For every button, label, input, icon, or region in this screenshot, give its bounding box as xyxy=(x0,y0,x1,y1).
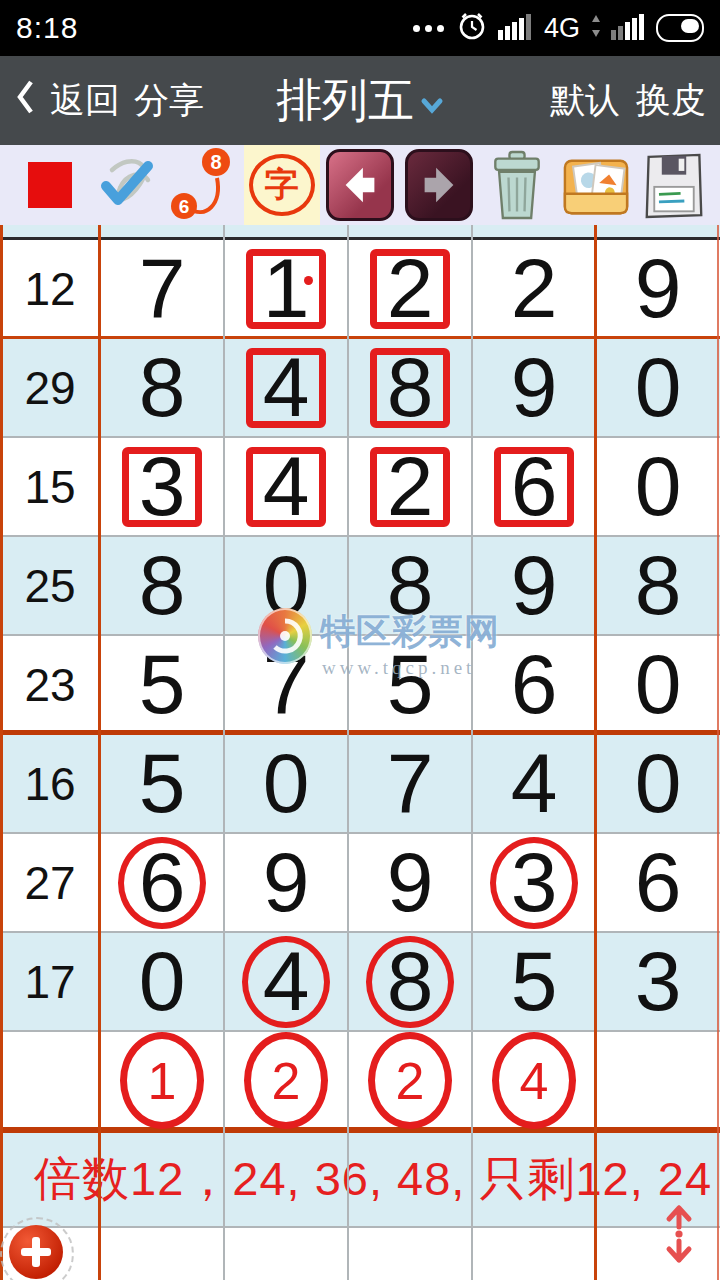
tally-row: 1224 xyxy=(0,1032,720,1133)
row-label: 16 xyxy=(0,735,100,832)
drawn-line-right xyxy=(717,225,719,1280)
gallery-button[interactable] xyxy=(558,145,634,225)
save-button[interactable] xyxy=(636,145,712,225)
row-label: 27 xyxy=(0,834,100,931)
watermark-url: www.tqcp.net xyxy=(322,657,500,679)
digit: 0 xyxy=(635,735,682,832)
digit-cell: 8 xyxy=(100,339,224,436)
red-box-annotation: 4 xyxy=(246,348,326,428)
digit-cell: 2 xyxy=(348,438,472,535)
svg-text:8: 8 xyxy=(210,151,221,173)
digit-cell: 7 xyxy=(100,240,224,337)
digit: 0 xyxy=(635,339,682,436)
curve-draw-tool[interactable]: 8 6 xyxy=(165,145,241,225)
board-row: 1271229 xyxy=(0,240,720,339)
drawn-line-left xyxy=(0,225,3,1280)
red-box-annotation: 1 xyxy=(246,249,326,329)
digit-cell: 0 xyxy=(224,735,348,832)
undo-arrow-icon xyxy=(326,149,394,221)
digit-cell: 6 xyxy=(472,438,596,535)
grid-line xyxy=(471,225,473,1280)
redo-arrow-icon xyxy=(405,149,473,221)
back-button[interactable]: 返回 xyxy=(50,77,120,124)
app-screen: 8:18 4G xyxy=(0,0,720,1280)
nav-bar: 返回 分享 默认 换皮 xyxy=(0,56,720,145)
board-row: 2984890 xyxy=(0,339,720,438)
digit: 9 xyxy=(635,240,682,337)
digit-cell: 1 xyxy=(224,240,348,337)
digit-cell: 8 xyxy=(348,339,472,436)
row-label xyxy=(0,1032,100,1129)
red-tally-circle: 2 xyxy=(244,1032,328,1129)
digit-cell: 5 xyxy=(472,933,596,1030)
signal-icon xyxy=(498,12,534,44)
check-draw-tool[interactable] xyxy=(87,145,163,225)
partial-row xyxy=(0,225,720,240)
digit-cell: 5 xyxy=(100,735,224,832)
row-label: 12 xyxy=(0,240,100,337)
digit-cell: 9 xyxy=(224,834,348,931)
watermark-spiral-icon xyxy=(258,608,312,664)
digit: 2 xyxy=(511,240,558,337)
digit-cell: 6 xyxy=(596,834,720,931)
trash-icon xyxy=(484,149,550,221)
digit: 5 xyxy=(511,933,558,1030)
board-row: 1704853 xyxy=(0,933,720,1032)
red-tally-circle: 1 xyxy=(120,1032,204,1129)
digit: 8 xyxy=(139,537,186,634)
digit: 9 xyxy=(387,834,434,931)
digit-cell: 0 xyxy=(596,438,720,535)
digit-cell: 4 xyxy=(224,438,348,535)
tally-cell: 4 xyxy=(472,1032,596,1129)
signal-icon-2 xyxy=(611,12,647,44)
more-notifications-icon xyxy=(413,25,444,32)
digit-cell: 0 xyxy=(596,735,720,832)
back-chevron-icon[interactable] xyxy=(14,77,36,125)
digit-cell: 5 xyxy=(100,636,224,733)
note-row: 倍数12，24, 36, 48, 只剩12, 24 xyxy=(0,1133,720,1228)
note-text: 倍数12，24, 36, 48, 只剩12, 24 xyxy=(34,1148,712,1211)
digit: 0 xyxy=(139,933,186,1030)
text-tool-icon: 字 xyxy=(249,154,315,216)
red-tally-circle: 2 xyxy=(368,1032,452,1129)
digit: 6 xyxy=(511,636,558,733)
digit: 0 xyxy=(263,735,310,832)
red-box-annotation: 8 xyxy=(370,348,450,428)
digit: 7 xyxy=(387,735,434,832)
digit-cell: 3 xyxy=(596,933,720,1030)
digit-cell: 2 xyxy=(472,240,596,337)
undo-button[interactable] xyxy=(322,145,398,225)
digit: 0 xyxy=(635,636,682,733)
red-dot-annotation xyxy=(304,276,313,285)
digit: 7 xyxy=(139,240,186,337)
data-arrows-icon xyxy=(590,14,602,42)
red-swatch-icon xyxy=(28,162,72,208)
site-watermark: 特区彩票网 www.tqcp.net xyxy=(258,608,500,679)
network-type-label: 4G xyxy=(544,13,580,44)
digit-cell: 4 xyxy=(224,933,348,1030)
digit: 5 xyxy=(139,735,186,832)
share-button[interactable]: 分享 xyxy=(134,77,204,124)
tally-cell: 2 xyxy=(348,1032,472,1129)
digit-cell: 9 xyxy=(596,240,720,337)
digit: 4 xyxy=(511,735,558,832)
red-box-annotation: 2 xyxy=(370,447,450,527)
curve-icon: 8 6 xyxy=(168,146,238,224)
digit-cell: 8 xyxy=(100,537,224,634)
red-box-annotation: 2 xyxy=(370,249,450,329)
digit: 3 xyxy=(635,933,682,1030)
digit-cell: 0 xyxy=(596,339,720,436)
watermark-title: 特区彩票网 xyxy=(320,608,500,655)
red-box-annotation: 4 xyxy=(246,447,326,527)
drawing-toolbar: 8 6 字 xyxy=(0,145,720,225)
board-row: 1534260 xyxy=(0,438,720,537)
red-circle-annotation: 3 xyxy=(490,837,578,929)
digit-cell: 2 xyxy=(348,240,472,337)
red-tally-circle: 4 xyxy=(492,1032,576,1129)
check-icon xyxy=(90,150,160,220)
digit: 8 xyxy=(139,339,186,436)
digit-cell: 0 xyxy=(596,636,720,733)
status-bar: 8:18 4G xyxy=(0,0,720,56)
gallery-icon xyxy=(560,151,632,219)
digit-cell: 9 xyxy=(348,834,472,931)
digit: 9 xyxy=(511,537,558,634)
tally-cell xyxy=(596,1032,720,1129)
digit-cell: 4 xyxy=(472,735,596,832)
add-button[interactable] xyxy=(9,1225,63,1279)
red-circle-annotation: 4 xyxy=(242,936,330,1028)
tally-cell: 1 xyxy=(100,1032,224,1129)
digit: 9 xyxy=(511,339,558,436)
row-label: 17 xyxy=(0,933,100,1030)
drawn-line-col1 xyxy=(98,225,101,1280)
row-label: 29 xyxy=(0,339,100,436)
skin-change-button[interactable]: 换皮 xyxy=(636,77,706,124)
row-label: 23 xyxy=(0,636,100,733)
digit: 6 xyxy=(635,834,682,931)
digit-cell: 8 xyxy=(596,537,720,634)
up-down-arrows-icon xyxy=(656,1201,702,1267)
row-label: 15 xyxy=(0,438,100,535)
digit: 5 xyxy=(139,636,186,733)
board-row: 2769936 xyxy=(0,834,720,933)
board-row: 1650740 xyxy=(0,735,720,834)
row-label: 25 xyxy=(0,537,100,634)
clock-time: 8:18 xyxy=(16,11,78,45)
drawn-line-col5 xyxy=(594,225,597,1280)
bottom-row xyxy=(0,1228,720,1280)
digit-cell: 7 xyxy=(348,735,472,832)
svg-text:6: 6 xyxy=(179,196,190,217)
color-swatch-tool[interactable] xyxy=(8,145,84,225)
scroll-jump-widget[interactable] xyxy=(656,1201,702,1271)
skin-default-button[interactable]: 默认 xyxy=(550,77,620,124)
red-circle-annotation: 8 xyxy=(366,936,454,1028)
digit-cell: 3 xyxy=(100,438,224,535)
digit: 9 xyxy=(263,834,310,931)
alarm-icon xyxy=(455,9,489,47)
digit-cell: 0 xyxy=(100,933,224,1030)
digit-cell: 9 xyxy=(472,339,596,436)
grid-line xyxy=(347,225,349,1280)
text-tool-selected[interactable]: 字 xyxy=(244,145,320,225)
redo-button[interactable] xyxy=(401,145,477,225)
red-circle-annotation: 6 xyxy=(118,837,206,929)
save-floppy-icon xyxy=(643,150,705,220)
trash-button[interactable] xyxy=(479,145,555,225)
tally-cell: 2 xyxy=(224,1032,348,1129)
digit-cell: 8 xyxy=(348,933,472,1030)
status-icons: 4G xyxy=(413,9,704,47)
digit-cell: 4 xyxy=(224,339,348,436)
red-box-annotation: 6 xyxy=(494,447,574,527)
digit-cell: 6 xyxy=(100,834,224,931)
digit-cell: 3 xyxy=(472,834,596,931)
grid-line xyxy=(223,225,225,1280)
red-box-annotation: 3 xyxy=(122,447,202,527)
digit: 8 xyxy=(635,537,682,634)
chart-canvas[interactable]: 1271229298489015342602580898235756016507… xyxy=(0,225,720,1280)
battery-icon xyxy=(656,14,704,42)
digit: 0 xyxy=(635,438,682,535)
